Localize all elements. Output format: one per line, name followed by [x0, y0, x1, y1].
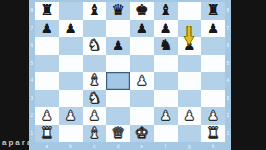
piece-black-pawn: ♟	[65, 22, 77, 35]
piece-white-knight: ♞	[88, 38, 101, 53]
rank-label: 5	[225, 55, 231, 73]
rank-labels-right: 87654321	[225, 2, 231, 142]
piece-black-king: ♚	[135, 3, 148, 18]
square-f3	[154, 90, 178, 108]
piece-white-rook: ♜	[206, 126, 219, 141]
square-h3	[201, 90, 225, 108]
square-d2	[106, 107, 130, 125]
square-f2: ♟	[154, 107, 178, 125]
file-label: d	[106, 142, 130, 150]
square-g1	[178, 125, 202, 143]
file-label: e	[130, 142, 154, 150]
piece-black-queen: ♛	[111, 3, 124, 18]
piece-black-pawn: ♟	[136, 22, 148, 35]
file-labels-bottom: abcdefgh	[35, 142, 225, 150]
rank-label: 4	[225, 72, 231, 90]
rank-label: 7	[225, 20, 231, 38]
square-b3	[59, 90, 83, 108]
square-h7: ♟	[201, 20, 225, 38]
square-e7: ♟	[130, 20, 154, 38]
file-label: f	[154, 142, 178, 150]
square-d6: ♟	[106, 37, 130, 55]
piece-white-bishop: ♝	[88, 126, 101, 141]
square-d7	[106, 20, 130, 38]
square-a5	[35, 55, 59, 73]
piece-black-pawn: ♟	[207, 22, 219, 35]
piece-white-pawn: ♟	[160, 109, 172, 122]
rank-label: 8	[225, 2, 231, 20]
square-g6: ♟	[178, 37, 202, 55]
square-c5	[83, 55, 107, 73]
square-g3	[178, 90, 202, 108]
file-label: a	[35, 142, 59, 150]
square-d1: ♛	[106, 125, 130, 143]
square-b7: ♟	[59, 20, 83, 38]
square-g8	[178, 2, 202, 20]
square-b6	[59, 37, 83, 55]
square-g2: ♟	[178, 107, 202, 125]
square-e5	[130, 55, 154, 73]
square-d8: ♛	[106, 2, 130, 20]
piece-white-knight: ♞	[88, 91, 101, 106]
square-h6	[201, 37, 225, 55]
square-c8: ♝	[83, 2, 107, 20]
piece-white-pawn: ♟	[41, 109, 53, 122]
square-c3: ♞	[83, 90, 107, 108]
piece-black-rook: ♜	[206, 3, 219, 18]
piece-black-pawn: ♟	[184, 39, 196, 52]
square-f5	[154, 55, 178, 73]
square-a6	[35, 37, 59, 55]
square-h2: ♟	[201, 107, 225, 125]
file-label: h	[201, 142, 225, 150]
piece-white-king: ♚	[135, 126, 148, 141]
rank-label: 3	[225, 90, 231, 108]
file-label: b	[59, 142, 83, 150]
square-g7	[178, 20, 202, 38]
square-a8: ♜	[35, 2, 59, 20]
square-e8: ♚	[130, 2, 154, 20]
square-h4	[201, 72, 225, 90]
square-c2: ♟	[83, 107, 107, 125]
rank-label: 1	[225, 125, 231, 143]
piece-black-bishop: ♝	[159, 3, 172, 18]
square-f7: ♟	[154, 20, 178, 38]
square-b4	[59, 72, 83, 90]
square-f8: ♝	[154, 2, 178, 20]
piece-white-bishop: ♝	[88, 73, 101, 88]
piece-white-queen: ♛	[111, 126, 124, 141]
square-e1: ♚	[130, 125, 154, 143]
square-a7: ♟	[35, 20, 59, 38]
video-thumbnail[interactable]: 87654321 87654321 abcdefgh ♜♝♛♚♝♜♟♟♟♟♟♞♟…	[0, 0, 266, 150]
square-a2: ♟	[35, 107, 59, 125]
piece-white-pawn: ♟	[136, 74, 148, 87]
piece-black-rook: ♜	[40, 3, 53, 18]
square-g5	[178, 55, 202, 73]
square-e3	[130, 90, 154, 108]
square-h8: ♜	[201, 2, 225, 20]
square-h1: ♜	[201, 125, 225, 143]
square-c6: ♞	[83, 37, 107, 55]
square-f4	[154, 72, 178, 90]
square-c4: ♝	[83, 72, 107, 90]
piece-white-pawn: ♟	[65, 109, 77, 122]
square-d3	[106, 90, 130, 108]
chess-board: 87654321 87654321 abcdefgh ♜♝♛♚♝♜♟♟♟♟♟♞♟…	[29, 0, 231, 150]
square-b8	[59, 2, 83, 20]
file-label: c	[83, 142, 107, 150]
square-h5	[201, 55, 225, 73]
piece-black-pawn: ♟	[41, 22, 53, 35]
piece-white-pawn: ♟	[184, 109, 196, 122]
square-d4	[106, 72, 130, 90]
square-b1	[59, 125, 83, 143]
square-e4: ♟	[130, 72, 154, 90]
square-b5	[59, 55, 83, 73]
square-a3	[35, 90, 59, 108]
piece-black-bishop: ♝	[88, 3, 101, 18]
square-d5	[106, 55, 130, 73]
square-f1	[154, 125, 178, 143]
square-a4	[35, 72, 59, 90]
square-b2: ♟	[59, 107, 83, 125]
square-e2	[130, 107, 154, 125]
file-label: g	[178, 142, 202, 150]
square-a1: ♜	[35, 125, 59, 143]
square-f6: ♞	[154, 37, 178, 55]
piece-black-knight: ♞	[159, 38, 172, 53]
piece-black-pawn: ♟	[160, 22, 172, 35]
piece-white-pawn: ♟	[89, 109, 101, 122]
board-squares: ♜♝♛♚♝♜♟♟♟♟♟♞♟♞♟♝♟♞♟♟♟♟♟♟♜♝♛♚♜	[35, 2, 225, 142]
square-c1: ♝	[83, 125, 107, 143]
piece-white-pawn: ♟	[207, 109, 219, 122]
square-c7	[83, 20, 107, 38]
square-e6	[130, 37, 154, 55]
rank-label: 6	[225, 37, 231, 55]
piece-black-pawn: ♟	[112, 39, 124, 52]
piece-white-rook: ♜	[40, 126, 53, 141]
square-g4	[178, 72, 202, 90]
rank-label: 2	[225, 107, 231, 125]
